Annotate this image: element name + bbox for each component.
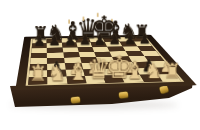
square-c7[interactable]: ♟	[62, 43, 78, 48]
square-b1[interactable]: ♞	[48, 76, 68, 84]
piece-white-rook[interactable]: ♜	[162, 61, 181, 81]
piece-black-pawn[interactable]: ♟	[62, 33, 77, 47]
piece-white-rook[interactable]: ♜	[28, 64, 47, 84]
piece-black-pawn[interactable]: ♟	[92, 33, 107, 47]
chess-set-photo: ♜♞♝♛♚♝♞♜♟♟♟♟♟♟♟♟♟♟♟♟♟♟♟♟♜♞♝♛♚♝♞♜	[0, 0, 200, 130]
square-a7[interactable]: ♟	[32, 43, 47, 48]
square-a1[interactable]: ♜	[28, 77, 48, 85]
piece-black-pawn[interactable]: ♟	[47, 34, 62, 48]
piece-black-pawn[interactable]: ♟	[32, 34, 47, 48]
piece-black-pawn[interactable]: ♟	[77, 33, 92, 47]
board-trim-line: ♜♞♝♛♚♝♞♜♟♟♟♟♟♟♟♟♟♟♟♟♟♟♟♟♜♞♝♛♚♝♞♜	[26, 37, 185, 86]
piece-white-knight[interactable]: ♞	[143, 60, 162, 81]
square-f7[interactable]: ♟	[105, 42, 122, 47]
square-a5[interactable]	[31, 53, 47, 59]
perspective-scene: ♜♞♝♛♚♝♞♜♟♟♟♟♟♟♟♟♟♟♟♟♟♟♟♟♜♞♝♛♚♝♞♜	[0, 0, 200, 130]
square-d6[interactable]	[77, 47, 94, 52]
square-e7[interactable]: ♟	[91, 42, 108, 47]
piece-black-pawn[interactable]: ♟	[107, 33, 122, 47]
piece-black-pawn[interactable]: ♟	[137, 32, 152, 46]
chess-board: ♜♞♝♛♚♝♞♜♟♟♟♟♟♟♟♟♟♟♟♟♟♟♟♟♜♞♝♛♚♝♞♜	[15, 35, 197, 90]
square-b7[interactable]: ♟	[47, 43, 62, 48]
piece-black-pawn[interactable]: ♟	[122, 32, 137, 46]
square-c1[interactable]: ♝	[66, 76, 86, 84]
board-grid: ♜♞♝♛♚♝♞♜♟♟♟♟♟♟♟♟♟♟♟♟♟♟♟♟♜♞♝♛♚♝♞♜	[28, 37, 181, 84]
piece-white-knight[interactable]: ♞	[48, 62, 67, 83]
square-d7[interactable]: ♟	[76, 42, 92, 47]
piece-white-bishop[interactable]: ♝	[67, 60, 86, 84]
piece-white-queen[interactable]: ♛	[86, 56, 105, 83]
